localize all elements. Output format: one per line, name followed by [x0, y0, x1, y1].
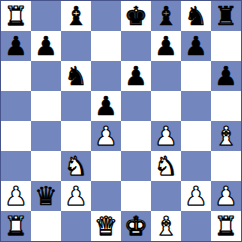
square-h1[interactable]: ♜	[211, 211, 241, 241]
square-f4[interactable]: ♟	[151, 121, 181, 151]
square-e4[interactable]	[121, 121, 151, 151]
black-knight-g8: ♞	[184, 1, 207, 31]
black-knight-c6: ♞	[64, 61, 87, 91]
black-pawn-h6: ♟	[214, 61, 237, 91]
white-pawn-c2: ♟	[64, 181, 87, 211]
black-pawn-f7: ♟	[154, 31, 177, 61]
white-knight-f3: ♞	[154, 151, 177, 181]
square-e6[interactable]: ♟	[121, 61, 151, 91]
white-pawn-d4: ♟	[94, 121, 117, 151]
square-d7[interactable]	[91, 31, 121, 61]
white-pawn-f4: ♟	[154, 121, 177, 151]
chess-board: ♜♝♚♝♞♜♟♟♟♟♞♟♟♟♟♟♝♞♞♟♛♟♟♟♜♛♚♝♜	[0, 0, 242, 242]
square-b1[interactable]	[31, 211, 61, 241]
white-queen-d1: ♛	[94, 211, 117, 241]
square-b2[interactable]: ♛	[31, 181, 61, 211]
white-pawn-a2: ♟	[4, 181, 27, 211]
square-b3[interactable]	[31, 151, 61, 181]
square-c5[interactable]	[61, 91, 91, 121]
square-f8[interactable]: ♝	[151, 1, 181, 31]
square-a6[interactable]	[1, 61, 31, 91]
square-c3[interactable]: ♞	[61, 151, 91, 181]
square-h3[interactable]	[211, 151, 241, 181]
black-pawn-b7: ♟	[34, 31, 57, 61]
square-b5[interactable]	[31, 91, 61, 121]
square-d5[interactable]: ♟	[91, 91, 121, 121]
square-f1[interactable]: ♝	[151, 211, 181, 241]
square-a5[interactable]	[1, 91, 31, 121]
square-b4[interactable]	[31, 121, 61, 151]
black-rook-h8: ♜	[214, 1, 237, 31]
square-h7[interactable]	[211, 31, 241, 61]
white-rook-h1: ♜	[214, 211, 237, 241]
square-c7[interactable]	[61, 31, 91, 61]
square-f7[interactable]: ♟	[151, 31, 181, 61]
square-a2[interactable]: ♟	[1, 181, 31, 211]
square-a1[interactable]: ♜	[1, 211, 31, 241]
square-h6[interactable]: ♟	[211, 61, 241, 91]
square-c4[interactable]	[61, 121, 91, 151]
white-bishop-f1: ♝	[154, 211, 177, 241]
square-h5[interactable]	[211, 91, 241, 121]
white-knight-c3: ♞	[64, 151, 87, 181]
square-c2[interactable]: ♟	[61, 181, 91, 211]
square-b7[interactable]: ♟	[31, 31, 61, 61]
black-pawn-g7: ♟	[184, 31, 207, 61]
square-g4[interactable]	[181, 121, 211, 151]
square-d1[interactable]: ♛	[91, 211, 121, 241]
square-f3[interactable]: ♞	[151, 151, 181, 181]
black-bishop-c8: ♝	[64, 1, 87, 31]
white-pawn-g2: ♟	[184, 181, 207, 211]
square-f2[interactable]	[151, 181, 181, 211]
square-g3[interactable]	[181, 151, 211, 181]
white-rook-a1: ♜	[4, 211, 27, 241]
square-d2[interactable]	[91, 181, 121, 211]
square-f5[interactable]	[151, 91, 181, 121]
square-d3[interactable]	[91, 151, 121, 181]
square-e1[interactable]: ♚	[121, 211, 151, 241]
square-a8[interactable]: ♜	[1, 1, 31, 31]
square-c8[interactable]: ♝	[61, 1, 91, 31]
black-bishop-f8: ♝	[154, 1, 177, 31]
square-g7[interactable]: ♟	[181, 31, 211, 61]
square-e8[interactable]: ♚	[121, 1, 151, 31]
square-g6[interactable]	[181, 61, 211, 91]
square-e7[interactable]	[121, 31, 151, 61]
black-queen-b2: ♛	[34, 181, 57, 211]
square-g1[interactable]	[181, 211, 211, 241]
square-c6[interactable]: ♞	[61, 61, 91, 91]
square-b8[interactable]	[31, 1, 61, 31]
square-c1[interactable]	[61, 211, 91, 241]
white-king-e1: ♚	[124, 211, 147, 241]
square-d4[interactable]: ♟	[91, 121, 121, 151]
square-h4[interactable]: ♝	[211, 121, 241, 151]
black-king-e8: ♚	[124, 1, 147, 31]
square-e2[interactable]	[121, 181, 151, 211]
square-b6[interactable]	[31, 61, 61, 91]
white-pawn-h2: ♟	[214, 181, 237, 211]
square-e3[interactable]	[121, 151, 151, 181]
square-a7[interactable]: ♟	[1, 31, 31, 61]
square-g2[interactable]: ♟	[181, 181, 211, 211]
white-bishop-h4: ♝	[214, 121, 237, 151]
black-pawn-d5: ♟	[94, 91, 117, 121]
square-d8[interactable]	[91, 1, 121, 31]
square-g8[interactable]: ♞	[181, 1, 211, 31]
black-pawn-a7: ♟	[4, 31, 27, 61]
square-g5[interactable]	[181, 91, 211, 121]
square-f6[interactable]	[151, 61, 181, 91]
square-h8[interactable]: ♜	[211, 1, 241, 31]
square-h2[interactable]: ♟	[211, 181, 241, 211]
square-e5[interactable]	[121, 91, 151, 121]
square-d6[interactable]	[91, 61, 121, 91]
square-a4[interactable]	[1, 121, 31, 151]
square-a3[interactable]	[1, 151, 31, 181]
black-pawn-e6: ♟	[124, 61, 147, 91]
white-rook-a8: ♜	[4, 1, 27, 31]
